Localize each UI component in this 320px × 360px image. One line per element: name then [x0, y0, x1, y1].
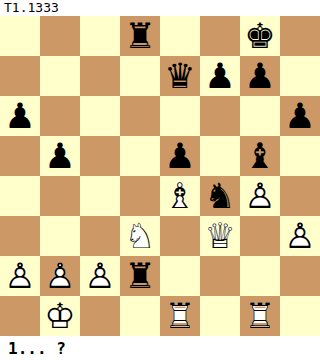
square-h8[interactable]: [280, 16, 320, 56]
square-g1[interactable]: ♜♖: [240, 296, 280, 336]
piece-black-pawn: ♟: [280, 96, 320, 136]
piece-black-pawn: ♟: [200, 56, 240, 96]
square-d4[interactable]: [120, 176, 160, 216]
piece-black-bishop: ♝: [240, 136, 280, 176]
piece-outline-layer: ♙: [240, 176, 280, 216]
piece-outline-layer: ♔: [40, 296, 80, 336]
piece-white-bishop: ♝♗: [160, 176, 200, 216]
square-b4[interactable]: [40, 176, 80, 216]
move-prompt: 1... ?: [0, 336, 320, 360]
square-h2[interactable]: [280, 256, 320, 296]
piece-black-queen: ♛: [160, 56, 200, 96]
piece-white-pawn: ♟♙: [0, 256, 40, 296]
piece-outline-layer: ♖: [240, 296, 280, 336]
square-f5[interactable]: [200, 136, 240, 176]
piece-outline-layer: ♙: [0, 256, 40, 296]
square-f2[interactable]: [200, 256, 240, 296]
square-g2[interactable]: [240, 256, 280, 296]
piece-white-pawn: ♟♙: [280, 216, 320, 256]
square-f4[interactable]: ♞: [200, 176, 240, 216]
square-h1[interactable]: [280, 296, 320, 336]
piece-black-king: ♚: [240, 16, 280, 56]
square-b6[interactable]: [40, 96, 80, 136]
square-g6[interactable]: [240, 96, 280, 136]
square-e3[interactable]: [160, 216, 200, 256]
square-d5[interactable]: [120, 136, 160, 176]
piece-black-knight: ♞: [200, 176, 240, 216]
square-e5[interactable]: ♟: [160, 136, 200, 176]
piece-outline-layer: ♖: [160, 296, 200, 336]
square-h5[interactable]: [280, 136, 320, 176]
square-b3[interactable]: [40, 216, 80, 256]
square-b7[interactable]: [40, 56, 80, 96]
square-f1[interactable]: [200, 296, 240, 336]
square-h6[interactable]: ♟: [280, 96, 320, 136]
square-b2[interactable]: ♟♙: [40, 256, 80, 296]
piece-outline-layer: ♘: [120, 216, 160, 256]
puzzle-id: T1.1333: [0, 0, 320, 16]
square-g5[interactable]: ♝: [240, 136, 280, 176]
piece-white-king: ♚♔: [40, 296, 80, 336]
piece-outline-layer: ♙: [80, 256, 120, 296]
piece-white-pawn: ♟♙: [40, 256, 80, 296]
piece-white-pawn: ♟♙: [80, 256, 120, 296]
square-g8[interactable]: ♚: [240, 16, 280, 56]
square-d2[interactable]: ♜: [120, 256, 160, 296]
square-d1[interactable]: [120, 296, 160, 336]
square-e1[interactable]: ♜♖: [160, 296, 200, 336]
piece-black-pawn: ♟: [160, 136, 200, 176]
square-h4[interactable]: [280, 176, 320, 216]
square-d8[interactable]: ♜: [120, 16, 160, 56]
square-c7[interactable]: [80, 56, 120, 96]
piece-white-pawn: ♟♙: [240, 176, 280, 216]
chess-board: ♜♚♛♟♟♟♟♟♟♝♝♗♞♟♙♞♘♛♕♟♙♟♙♟♙♟♙♜♚♔♜♖♜♖: [0, 16, 320, 336]
square-a7[interactable]: [0, 56, 40, 96]
chess-puzzle-window: T1.1333 ♜♚♛♟♟♟♟♟♟♝♝♗♞♟♙♞♘♛♕♟♙♟♙♟♙♟♙♜♚♔♜♖…: [0, 0, 320, 360]
piece-black-pawn: ♟: [240, 56, 280, 96]
square-c5[interactable]: [80, 136, 120, 176]
square-h7[interactable]: [280, 56, 320, 96]
square-c3[interactable]: [80, 216, 120, 256]
piece-black-rook: ♜: [120, 16, 160, 56]
square-a8[interactable]: [0, 16, 40, 56]
piece-white-rook: ♜♖: [240, 296, 280, 336]
square-c4[interactable]: [80, 176, 120, 216]
piece-outline-layer: ♙: [40, 256, 80, 296]
square-f6[interactable]: [200, 96, 240, 136]
square-e8[interactable]: [160, 16, 200, 56]
square-b8[interactable]: [40, 16, 80, 56]
piece-white-queen: ♛♕: [200, 216, 240, 256]
square-d6[interactable]: [120, 96, 160, 136]
square-b5[interactable]: ♟: [40, 136, 80, 176]
square-f3[interactable]: ♛♕: [200, 216, 240, 256]
square-g4[interactable]: ♟♙: [240, 176, 280, 216]
piece-outline-layer: ♙: [280, 216, 320, 256]
piece-white-knight: ♞♘: [120, 216, 160, 256]
square-e6[interactable]: [160, 96, 200, 136]
square-h3[interactable]: ♟♙: [280, 216, 320, 256]
square-a6[interactable]: ♟: [0, 96, 40, 136]
square-g3[interactable]: [240, 216, 280, 256]
square-c2[interactable]: ♟♙: [80, 256, 120, 296]
square-e4[interactable]: ♝♗: [160, 176, 200, 216]
square-g7[interactable]: ♟: [240, 56, 280, 96]
square-e2[interactable]: [160, 256, 200, 296]
piece-black-pawn: ♟: [40, 136, 80, 176]
square-c1[interactable]: [80, 296, 120, 336]
square-a3[interactable]: [0, 216, 40, 256]
square-d3[interactable]: ♞♘: [120, 216, 160, 256]
square-a2[interactable]: ♟♙: [0, 256, 40, 296]
piece-black-pawn: ♟: [0, 96, 40, 136]
square-c6[interactable]: [80, 96, 120, 136]
square-f8[interactable]: [200, 16, 240, 56]
piece-white-rook: ♜♖: [160, 296, 200, 336]
square-c8[interactable]: [80, 16, 120, 56]
piece-outline-layer: ♗: [160, 176, 200, 216]
piece-black-rook: ♜: [120, 256, 160, 296]
square-a1[interactable]: [0, 296, 40, 336]
square-f7[interactable]: ♟: [200, 56, 240, 96]
square-a5[interactable]: [0, 136, 40, 176]
piece-outline-layer: ♕: [200, 216, 240, 256]
square-e7[interactable]: ♛: [160, 56, 200, 96]
square-d7[interactable]: [120, 56, 160, 96]
square-b1[interactable]: ♚♔: [40, 296, 80, 336]
square-a4[interactable]: [0, 176, 40, 216]
